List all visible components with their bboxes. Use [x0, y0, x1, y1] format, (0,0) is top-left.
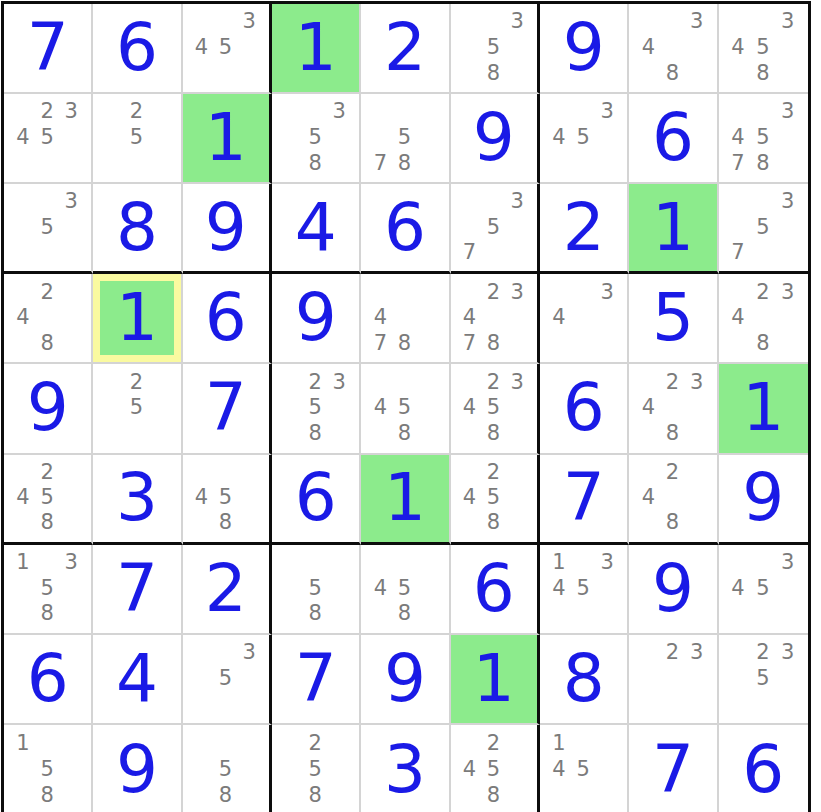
- empty-candidate-slot: [237, 691, 261, 717]
- empty-candidate-slot: [59, 460, 83, 485]
- cell-r9c4[interactable]: 258: [272, 725, 361, 812]
- empty-candidate-slot: [547, 99, 571, 125]
- empty-candidate-slot: [685, 395, 709, 421]
- candidate-2: 2: [750, 640, 775, 666]
- candidate-4: 4: [11, 485, 35, 510]
- empty-candidate-slot: [11, 601, 35, 627]
- candidate-8: 8: [392, 331, 416, 357]
- solved-digit: 9: [93, 725, 180, 812]
- empty-candidate-slot: [59, 151, 83, 177]
- empty-candidate-slot: [505, 730, 529, 756]
- empty-candidate-slot: [303, 550, 327, 576]
- empty-candidate-slot: [417, 125, 441, 151]
- empty-candidate-slot: [571, 730, 595, 756]
- cell-r3c8[interactable]: 1: [629, 184, 718, 274]
- empty-candidate-slot: [392, 550, 416, 576]
- candidate-5: 5: [303, 575, 327, 601]
- candidate-8: 8: [481, 331, 505, 357]
- empty-candidate-slot: [571, 550, 595, 576]
- empty-candidate-slot: [636, 9, 660, 35]
- empty-candidate-slot: [237, 510, 261, 535]
- candidate-5: 5: [481, 215, 505, 240]
- empty-candidate-slot: [237, 485, 261, 510]
- empty-candidate-slot: [368, 99, 392, 125]
- empty-candidate-slot: [237, 783, 261, 809]
- candidate-5: 5: [750, 125, 775, 151]
- empty-candidate-slot: [237, 60, 261, 86]
- cell-r9c8[interactable]: 7: [629, 725, 718, 812]
- empty-candidate-slot: [636, 460, 660, 485]
- empty-candidate-slot: [237, 756, 261, 782]
- empty-candidate-slot: [750, 550, 775, 576]
- pencil-marks: 34578: [719, 94, 808, 182]
- empty-candidate-slot: [279, 756, 303, 782]
- cell-r2c8[interactable]: 6: [629, 94, 718, 184]
- empty-candidate-slot: [660, 485, 684, 510]
- empty-candidate-slot: [750, 691, 775, 717]
- solved-digit: 9: [629, 545, 716, 633]
- cell-r9c6[interactable]: 2458: [451, 725, 540, 812]
- cell-r4c5[interactable]: 478: [361, 274, 450, 364]
- empty-candidate-slot: [571, 151, 595, 177]
- empty-candidate-slot: [685, 460, 709, 485]
- empty-candidate-slot: [726, 665, 751, 691]
- empty-candidate-slot: [327, 550, 351, 576]
- cell-r2c9[interactable]: 34578: [719, 94, 808, 184]
- cell-r9c3[interactable]: 58: [183, 725, 272, 812]
- empty-candidate-slot: [775, 240, 800, 265]
- empty-candidate-slot: [481, 305, 505, 331]
- empty-candidate-slot: [279, 395, 303, 421]
- pencil-marks: 145: [540, 725, 627, 812]
- empty-candidate-slot: [505, 35, 529, 61]
- candidate-2: 2: [303, 369, 327, 395]
- empty-candidate-slot: [726, 601, 751, 627]
- empty-candidate-slot: [59, 783, 83, 809]
- empty-candidate-slot: [685, 35, 709, 61]
- candidate-5: 5: [213, 665, 237, 691]
- empty-candidate-slot: [327, 756, 351, 782]
- empty-candidate-slot: [750, 9, 775, 35]
- empty-candidate-slot: [775, 575, 800, 601]
- candidate-4: 4: [726, 35, 751, 61]
- empty-candidate-slot: [59, 215, 83, 240]
- empty-candidate-slot: [458, 783, 482, 809]
- candidate-2: 2: [660, 640, 684, 666]
- cell-r4c1[interactable]: 248: [4, 274, 93, 364]
- solved-digit: 9: [719, 455, 808, 542]
- solved-digit: 4: [93, 635, 180, 723]
- candidate-3: 3: [775, 279, 800, 305]
- cell-r4c3[interactable]: 6: [183, 274, 272, 364]
- candidate-8: 8: [392, 601, 416, 627]
- empty-candidate-slot: [726, 691, 751, 717]
- cell-r8c4[interactable]: 7: [272, 635, 361, 725]
- cell-r8c8[interactable]: 23: [629, 635, 718, 725]
- cell-r2c6[interactable]: 9: [451, 94, 540, 184]
- cell-r5c8[interactable]: 2348: [629, 364, 718, 454]
- empty-candidate-slot: [149, 395, 173, 421]
- empty-candidate-slot: [458, 35, 482, 61]
- empty-candidate-slot: [775, 125, 800, 151]
- cell-r3c5[interactable]: 6: [361, 184, 450, 274]
- empty-candidate-slot: [11, 215, 35, 240]
- pencil-marks: 358: [272, 94, 359, 182]
- cell-r1c3[interactable]: 345: [183, 4, 272, 94]
- empty-candidate-slot: [213, 60, 237, 86]
- empty-candidate-slot: [685, 691, 709, 717]
- pencil-marks: 2348: [629, 364, 716, 452]
- empty-candidate-slot: [190, 691, 214, 717]
- candidate-8: 8: [303, 151, 327, 177]
- candidate-7: 7: [368, 331, 392, 357]
- candidate-8: 8: [660, 421, 684, 447]
- cell-r2c4[interactable]: 358: [272, 94, 361, 184]
- empty-candidate-slot: [505, 421, 529, 447]
- empty-candidate-slot: [59, 730, 83, 756]
- candidate-8: 8: [213, 510, 237, 535]
- solved-digit: 9: [4, 364, 91, 452]
- candidate-5: 5: [124, 125, 148, 151]
- candidate-8: 8: [35, 510, 59, 535]
- empty-candidate-slot: [190, 730, 214, 756]
- cell-r4c4[interactable]: 9: [272, 274, 361, 364]
- empty-candidate-slot: [35, 305, 59, 331]
- cell-r3c3[interactable]: 9: [183, 184, 272, 274]
- cell-r7c1[interactable]: 1358: [4, 545, 93, 635]
- candidate-3: 3: [237, 9, 261, 35]
- cell-r2c1[interactable]: 2345: [4, 94, 93, 184]
- cell-r3c9[interactable]: 357: [719, 184, 808, 274]
- cell-r9c2[interactable]: 9: [93, 725, 182, 812]
- cell-r3c2[interactable]: 8: [93, 184, 182, 274]
- cell-r1c8[interactable]: 348: [629, 4, 718, 94]
- candidate-3: 3: [505, 279, 529, 305]
- candidate-5: 5: [35, 575, 59, 601]
- cell-r2c5[interactable]: 578: [361, 94, 450, 184]
- empty-candidate-slot: [124, 421, 148, 447]
- empty-candidate-slot: [417, 99, 441, 125]
- empty-candidate-slot: [417, 305, 441, 331]
- cell-r5c5[interactable]: 458: [361, 364, 450, 454]
- empty-candidate-slot: [279, 550, 303, 576]
- candidate-3: 3: [595, 99, 619, 125]
- candidate-8: 8: [481, 421, 505, 447]
- empty-candidate-slot: [726, 640, 751, 666]
- pencil-marks: 2458: [451, 725, 537, 812]
- empty-candidate-slot: [35, 151, 59, 177]
- solved-digit: 6: [629, 94, 716, 182]
- candidate-8: 8: [392, 421, 416, 447]
- empty-candidate-slot: [11, 575, 35, 601]
- empty-candidate-slot: [190, 9, 214, 35]
- empty-candidate-slot: [505, 485, 529, 510]
- candidate-2: 2: [35, 99, 59, 125]
- cell-r8c1[interactable]: 6: [4, 635, 93, 725]
- cell-r6c7[interactable]: 7: [540, 455, 629, 545]
- cell-r7c6[interactable]: 6: [451, 545, 540, 635]
- cell-r8c5[interactable]: 9: [361, 635, 450, 725]
- cell-r3c1[interactable]: 35: [4, 184, 93, 274]
- empty-candidate-slot: [190, 60, 214, 86]
- candidate-4: 4: [636, 35, 660, 61]
- empty-candidate-slot: [571, 783, 595, 809]
- cell-r6c3[interactable]: 458: [183, 455, 272, 545]
- candidate-5: 5: [35, 485, 59, 510]
- cell-r7c8[interactable]: 9: [629, 545, 718, 635]
- cell-r5c1[interactable]: 9: [4, 364, 93, 454]
- cell-r5c9[interactable]: 1: [719, 364, 808, 454]
- empty-candidate-slot: [392, 369, 416, 395]
- empty-candidate-slot: [417, 395, 441, 421]
- cell-r6c6[interactable]: 2458: [451, 455, 540, 545]
- empty-candidate-slot: [685, 510, 709, 535]
- cell-r4c7[interactable]: 34: [540, 274, 629, 364]
- pencil-marks: 345: [719, 545, 808, 633]
- candidate-5: 5: [750, 35, 775, 61]
- cell-r8c6[interactable]: 1: [451, 635, 540, 725]
- cell-r2c3[interactable]: 1: [183, 94, 272, 184]
- candidate-5: 5: [571, 575, 595, 601]
- empty-candidate-slot: [660, 35, 684, 61]
- candidate-4: 4: [11, 305, 35, 331]
- pencil-marks: 158: [4, 725, 91, 812]
- solved-digit: 6: [719, 725, 808, 812]
- cell-r1c7[interactable]: 9: [540, 4, 629, 94]
- cell-r5c4[interactable]: 2358: [272, 364, 361, 454]
- empty-candidate-slot: [368, 550, 392, 576]
- empty-candidate-slot: [327, 730, 351, 756]
- candidate-5: 5: [481, 395, 505, 421]
- empty-candidate-slot: [685, 60, 709, 86]
- candidate-5: 5: [303, 125, 327, 151]
- candidate-1: 1: [11, 550, 35, 576]
- candidate-5: 5: [213, 485, 237, 510]
- cell-r7c2[interactable]: 7: [93, 545, 182, 635]
- empty-candidate-slot: [100, 125, 124, 151]
- cell-r5c6[interactable]: 23458: [451, 364, 540, 454]
- empty-candidate-slot: [726, 279, 751, 305]
- empty-candidate-slot: [59, 510, 83, 535]
- empty-candidate-slot: [279, 601, 303, 627]
- solved-digit: 6: [183, 274, 269, 362]
- candidate-3: 3: [59, 550, 83, 576]
- candidate-3: 3: [775, 640, 800, 666]
- candidate-5: 5: [213, 35, 237, 61]
- empty-candidate-slot: [190, 640, 214, 666]
- cell-r7c3[interactable]: 2: [183, 545, 272, 635]
- empty-candidate-slot: [750, 240, 775, 265]
- cell-r8c9[interactable]: 235: [719, 635, 808, 725]
- empty-candidate-slot: [368, 279, 392, 305]
- cell-r5c3[interactable]: 7: [183, 364, 272, 454]
- cell-r3c4[interactable]: 4: [272, 184, 361, 274]
- empty-candidate-slot: [595, 575, 619, 601]
- empty-candidate-slot: [279, 421, 303, 447]
- empty-candidate-slot: [368, 369, 392, 395]
- pencil-marks: 3458: [719, 4, 808, 92]
- solved-digit: 7: [540, 455, 627, 542]
- empty-candidate-slot: [279, 125, 303, 151]
- cell-r1c4[interactable]: 1: [272, 4, 361, 94]
- cell-r4c6[interactable]: 23478: [451, 274, 540, 364]
- empty-candidate-slot: [458, 279, 482, 305]
- empty-candidate-slot: [775, 60, 800, 86]
- cell-r6c5[interactable]: 1: [361, 455, 450, 545]
- candidate-2: 2: [124, 99, 148, 125]
- empty-candidate-slot: [237, 665, 261, 691]
- empty-candidate-slot: [11, 151, 35, 177]
- cell-r6c2[interactable]: 3: [93, 455, 182, 545]
- cell-r9c9[interactable]: 6: [719, 725, 808, 812]
- empty-candidate-slot: [505, 331, 529, 357]
- empty-candidate-slot: [11, 460, 35, 485]
- candidate-5: 5: [303, 756, 327, 782]
- candidate-8: 8: [35, 783, 59, 809]
- empty-candidate-slot: [11, 279, 35, 305]
- empty-candidate-slot: [775, 215, 800, 240]
- candidate-7: 7: [726, 240, 751, 265]
- candidate-1: 1: [11, 730, 35, 756]
- candidate-4: 4: [368, 575, 392, 601]
- empty-candidate-slot: [505, 240, 529, 265]
- empty-candidate-slot: [100, 421, 124, 447]
- empty-candidate-slot: [327, 125, 351, 151]
- empty-candidate-slot: [279, 783, 303, 809]
- candidate-8: 8: [750, 60, 775, 86]
- empty-candidate-slot: [327, 395, 351, 421]
- pencil-marks: 35: [4, 184, 91, 271]
- cell-r6c1[interactable]: 2458: [4, 455, 93, 545]
- cell-r4c2[interactable]: 1: [93, 274, 182, 364]
- candidate-7: 7: [368, 151, 392, 177]
- cell-r7c5[interactable]: 458: [361, 545, 450, 635]
- cell-r1c1[interactable]: 7: [4, 4, 93, 94]
- cell-r1c6[interactable]: 358: [451, 4, 540, 94]
- empty-candidate-slot: [149, 99, 173, 125]
- empty-candidate-slot: [505, 305, 529, 331]
- candidate-2: 2: [481, 460, 505, 485]
- cell-r6c8[interactable]: 248: [629, 455, 718, 545]
- cell-r5c7[interactable]: 6: [540, 364, 629, 454]
- cell-r2c2[interactable]: 25: [93, 94, 182, 184]
- cell-r9c7[interactable]: 145: [540, 725, 629, 812]
- empty-candidate-slot: [417, 550, 441, 576]
- empty-candidate-slot: [11, 240, 35, 265]
- empty-candidate-slot: [595, 783, 619, 809]
- pencil-marks: 235: [719, 635, 808, 723]
- empty-candidate-slot: [636, 421, 660, 447]
- empty-candidate-slot: [417, 421, 441, 447]
- empty-candidate-slot: [775, 665, 800, 691]
- candidate-3: 3: [595, 550, 619, 576]
- candidate-4: 4: [11, 125, 35, 151]
- cell-r3c6[interactable]: 357: [451, 184, 540, 274]
- empty-candidate-slot: [458, 215, 482, 240]
- candidate-4: 4: [547, 756, 571, 782]
- empty-candidate-slot: [11, 756, 35, 782]
- cell-r6c4[interactable]: 6: [272, 455, 361, 545]
- solved-digit: 7: [272, 635, 359, 723]
- empty-candidate-slot: [636, 665, 660, 691]
- cell-r6c9[interactable]: 9: [719, 455, 808, 545]
- candidate-3: 3: [505, 369, 529, 395]
- candidate-1: 1: [547, 730, 571, 756]
- cell-r7c4[interactable]: 58: [272, 545, 361, 635]
- cell-r2c7[interactable]: 345: [540, 94, 629, 184]
- empty-candidate-slot: [726, 331, 751, 357]
- candidate-2: 2: [481, 279, 505, 305]
- cell-r3c7[interactable]: 2: [540, 184, 629, 274]
- candidate-5: 5: [392, 575, 416, 601]
- cell-r4c9[interactable]: 2348: [719, 274, 808, 364]
- empty-candidate-slot: [100, 369, 124, 395]
- empty-candidate-slot: [279, 730, 303, 756]
- empty-candidate-slot: [505, 510, 529, 535]
- candidate-2: 2: [35, 279, 59, 305]
- solved-digit: 2: [540, 184, 627, 271]
- solved-digit: 6: [4, 635, 91, 723]
- pencil-marks: 1358: [4, 545, 91, 633]
- empty-candidate-slot: [595, 305, 619, 331]
- candidate-8: 8: [750, 331, 775, 357]
- cell-r7c9[interactable]: 345: [719, 545, 808, 635]
- candidate-8: 8: [35, 601, 59, 627]
- empty-candidate-slot: [327, 783, 351, 809]
- empty-candidate-slot: [11, 189, 35, 214]
- candidate-3: 3: [505, 189, 529, 214]
- cell-r1c9[interactable]: 3458: [719, 4, 808, 94]
- candidate-4: 4: [458, 395, 482, 421]
- candidate-4: 4: [547, 575, 571, 601]
- empty-candidate-slot: [726, 9, 751, 35]
- empty-candidate-slot: [458, 510, 482, 535]
- solved-digit: 3: [93, 455, 180, 542]
- pencil-marks: 248: [4, 274, 91, 362]
- empty-candidate-slot: [149, 369, 173, 395]
- candidate-5: 5: [571, 756, 595, 782]
- cell-r1c5[interactable]: 2: [361, 4, 450, 94]
- solved-digit: 6: [540, 364, 627, 452]
- empty-candidate-slot: [505, 215, 529, 240]
- empty-candidate-slot: [636, 510, 660, 535]
- cell-r1c2[interactable]: 6: [93, 4, 182, 94]
- cell-r5c2[interactable]: 25: [93, 364, 182, 454]
- pencil-marks: 2358: [272, 364, 359, 452]
- empty-candidate-slot: [11, 99, 35, 125]
- empty-candidate-slot: [417, 279, 441, 305]
- empty-candidate-slot: [660, 691, 684, 717]
- candidate-4: 4: [368, 305, 392, 331]
- empty-candidate-slot: [458, 730, 482, 756]
- candidate-8: 8: [303, 421, 327, 447]
- empty-candidate-slot: [279, 99, 303, 125]
- solved-digit: 7: [183, 364, 269, 452]
- cell-r8c2[interactable]: 4: [93, 635, 182, 725]
- cell-r8c3[interactable]: 35: [183, 635, 272, 725]
- cell-r4c8[interactable]: 5: [629, 274, 718, 364]
- cell-r9c1[interactable]: 158: [4, 725, 93, 812]
- empty-candidate-slot: [660, 395, 684, 421]
- solved-digit: 2: [361, 4, 448, 92]
- solved-digit: 9: [272, 274, 359, 362]
- candidate-8: 8: [481, 60, 505, 86]
- cell-r9c5[interactable]: 3: [361, 725, 450, 812]
- cell-r8c7[interactable]: 8: [540, 635, 629, 725]
- empty-candidate-slot: [750, 99, 775, 125]
- cell-r7c7[interactable]: 1345: [540, 545, 629, 635]
- highlighted-solved-digit: 1: [183, 94, 269, 182]
